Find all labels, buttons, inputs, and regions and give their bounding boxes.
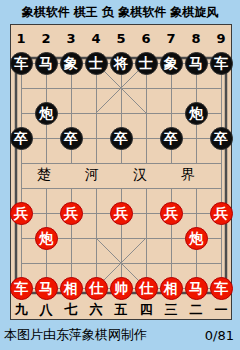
piece-red-soldier[interactable]: 兵 [110, 202, 133, 225]
piece-red-elephant[interactable]: 相 [160, 277, 183, 300]
piece-black-horse[interactable]: 马 [185, 52, 208, 75]
match-title: 象棋软件 棋王 负 象棋软件 象棋旋风 [0, 0, 240, 24]
piece-red-soldier[interactable]: 兵 [60, 202, 83, 225]
piece-red-soldier[interactable]: 兵 [160, 202, 183, 225]
piece-red-advisor[interactable]: 仕 [135, 277, 158, 300]
piece-black-elephant[interactable]: 象 [60, 52, 83, 75]
file-label: 4 [84, 30, 109, 46]
file-labels-top: 123456789 [9, 30, 234, 46]
piece-black-soldier[interactable]: 卒 [10, 127, 33, 150]
piece-black-soldier[interactable]: 卒 [110, 127, 133, 150]
piece-red-general[interactable]: 帅 [110, 277, 133, 300]
piece-black-general[interactable]: 将 [110, 52, 133, 75]
file-label: 9 [209, 30, 234, 46]
file-label: 六 [84, 301, 109, 319]
file-label: 6 [134, 30, 159, 46]
piece-red-cannon[interactable]: 炮 [185, 227, 208, 250]
piece-red-horse[interactable]: 马 [185, 277, 208, 300]
file-label: 五 [109, 301, 134, 319]
piece-red-chariot[interactable]: 车 [210, 277, 233, 300]
file-label: 8 [184, 30, 209, 46]
file-label: 二 [184, 301, 209, 319]
piece-black-soldier[interactable]: 卒 [210, 127, 233, 150]
file-label: 八 [34, 301, 59, 319]
piece-black-chariot[interactable]: 车 [10, 52, 33, 75]
piece-black-soldier[interactable]: 卒 [60, 127, 83, 150]
piece-black-soldier[interactable]: 卒 [160, 127, 183, 150]
piece-black-advisor[interactable]: 士 [85, 52, 108, 75]
xiangqi-viewer: 象棋软件 棋王 负 象棋软件 象棋旋风 123456789 楚河汉界 车马象士将… [0, 0, 240, 350]
move-counter: 0/81 [205, 328, 234, 343]
file-label: 四 [134, 301, 159, 319]
xiangqi-board: 123456789 楚河汉界 车马象士将士象马车炮炮卒卒卒卒卒兵兵兵兵兵炮炮车马… [10, 24, 232, 320]
piece-black-cannon[interactable]: 炮 [185, 102, 208, 125]
file-label: 5 [109, 30, 134, 46]
file-labels-bottom: 九八七六五四三二一 [9, 301, 234, 317]
credit-text: 本图片由东萍象棋网制作 [4, 326, 147, 344]
piece-red-horse[interactable]: 马 [35, 277, 58, 300]
piece-red-soldier[interactable]: 兵 [10, 202, 33, 225]
piece-black-cannon[interactable]: 炮 [35, 102, 58, 125]
piece-red-cannon[interactable]: 炮 [35, 227, 58, 250]
file-label: 九 [9, 301, 34, 319]
piece-red-elephant[interactable]: 相 [60, 277, 83, 300]
piece-black-advisor[interactable]: 士 [135, 52, 158, 75]
piece-black-chariot[interactable]: 车 [210, 52, 233, 75]
piece-black-horse[interactable]: 马 [35, 52, 58, 75]
file-label: 三 [159, 301, 184, 319]
status-bar: 本图片由东萍象棋网制作 0/81 [0, 320, 240, 350]
piece-red-advisor[interactable]: 仕 [85, 277, 108, 300]
file-label: 1 [9, 30, 34, 46]
pieces-layer: 车马象士将士象马车炮炮卒卒卒卒卒兵兵兵兵兵炮炮车马相仕帅仕相马车 [9, 51, 234, 301]
file-label: 7 [159, 30, 184, 46]
file-label: 3 [59, 30, 84, 46]
file-label: 一 [209, 301, 234, 319]
piece-red-chariot[interactable]: 车 [10, 277, 33, 300]
file-label: 2 [34, 30, 59, 46]
piece-black-elephant[interactable]: 象 [160, 52, 183, 75]
file-label: 七 [59, 301, 84, 319]
piece-red-soldier[interactable]: 兵 [210, 202, 233, 225]
